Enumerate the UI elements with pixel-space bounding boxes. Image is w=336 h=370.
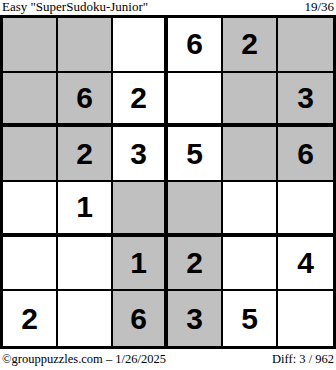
cell-r5c2[interactable] <box>58 237 113 292</box>
sudoku-board: 62623235611242635 <box>0 15 336 349</box>
cell-r4c3[interactable] <box>113 182 168 237</box>
cell-r4c5[interactable] <box>223 182 278 237</box>
cell-r3c2: 2 <box>58 127 113 182</box>
difficulty-text: Diff: 3 / 962 <box>272 352 334 366</box>
cell-r2c2: 6 <box>58 73 113 128</box>
cell-r1c4: 6 <box>168 18 223 73</box>
cell-r1c2[interactable] <box>58 18 113 73</box>
cell-r6c3: 6 <box>113 291 168 346</box>
cell-r3c6: 6 <box>278 127 333 182</box>
cell-r6c6[interactable] <box>278 291 333 346</box>
cell-r5c3: 1 <box>113 237 168 292</box>
cell-r3c1[interactable] <box>3 127 58 182</box>
cell-r4c6[interactable] <box>278 182 333 237</box>
cell-r6c5: 5 <box>223 291 278 346</box>
cell-r1c6[interactable] <box>278 18 333 73</box>
copyright-text: ©grouppuzzles.com – 1/26/2025 <box>2 352 166 366</box>
cell-r4c2: 1 <box>58 182 113 237</box>
cell-r6c4: 3 <box>168 291 223 346</box>
cell-r5c4: 2 <box>168 237 223 292</box>
cell-r2c6: 3 <box>278 73 333 128</box>
puzzle-title: Easy "SuperSudoku-Junior" <box>2 0 148 14</box>
puzzle-page: Easy "SuperSudoku-Junior" 19/36 62623235… <box>0 0 336 370</box>
puzzle-counter: 19/36 <box>304 0 334 14</box>
footer: ©grouppuzzles.com – 1/26/2025 Diff: 3 / … <box>0 349 336 366</box>
cell-r5c6: 4 <box>278 237 333 292</box>
cell-r2c5[interactable] <box>223 73 278 128</box>
cell-r3c5[interactable] <box>223 127 278 182</box>
cell-r3c4: 5 <box>168 127 223 182</box>
cell-r5c1[interactable] <box>3 237 58 292</box>
cell-r3c3: 3 <box>113 127 168 182</box>
cell-r1c3[interactable] <box>113 18 168 73</box>
cell-r6c1: 2 <box>3 291 58 346</box>
cell-r2c3: 2 <box>113 73 168 128</box>
cell-r2c1[interactable] <box>3 73 58 128</box>
cell-r1c5: 2 <box>223 18 278 73</box>
cell-r4c1[interactable] <box>3 182 58 237</box>
cell-r2c4[interactable] <box>168 73 223 128</box>
header: Easy "SuperSudoku-Junior" 19/36 <box>0 0 336 15</box>
cell-r4c4[interactable] <box>168 182 223 237</box>
cell-r1c1[interactable] <box>3 18 58 73</box>
cell-r5c5[interactable] <box>223 237 278 292</box>
cell-r6c2[interactable] <box>58 291 113 346</box>
